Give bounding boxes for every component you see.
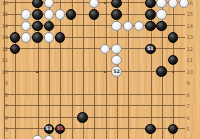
- intersection: [77, 112, 88, 123]
- intersection: [145, 123, 156, 134]
- black-stone: [111, 9, 121, 19]
- intersection: [156, 20, 167, 31]
- intersection: [111, 20, 122, 31]
- black-stone: [44, 21, 54, 31]
- intersection: [9, 32, 20, 43]
- black-stone-move-53: 53: [44, 124, 54, 134]
- intersection: [32, 135, 43, 139]
- intersection: [88, 9, 99, 20]
- intersection: [43, 9, 54, 20]
- intersection: [43, 135, 54, 139]
- intersection: [156, 0, 167, 9]
- white-stone: [21, 32, 31, 42]
- intersection: [179, 0, 190, 9]
- go-board[interactable]: 1616151514141313121211111010998877665544…: [0, 0, 200, 139]
- white-stone: [156, 0, 166, 8]
- intersection: [145, 9, 156, 20]
- intersection: [167, 0, 178, 9]
- black-stone: [32, 32, 42, 42]
- black-stone: [145, 9, 155, 19]
- intersection: [32, 32, 43, 43]
- intersection: [9, 43, 20, 54]
- black-stone: [32, 21, 42, 31]
- intersection: 51: [145, 43, 156, 54]
- white-stone: [100, 44, 110, 54]
- intersection: 53: [43, 123, 54, 134]
- white-stone: [111, 55, 121, 65]
- white-stone: [123, 21, 133, 31]
- intersection: [122, 20, 133, 31]
- white-stone: [111, 21, 121, 31]
- intersection: [145, 20, 156, 31]
- intersection: [54, 32, 65, 43]
- intersection: 55: [54, 123, 65, 134]
- black-stone: [156, 21, 166, 31]
- black-stone: [77, 112, 87, 122]
- intersection: [167, 32, 178, 43]
- intersection: [32, 0, 43, 9]
- white-stone-move-52: 52: [111, 66, 121, 76]
- black-stone: [10, 44, 20, 54]
- white-stone: [44, 135, 54, 139]
- intersection: [167, 54, 178, 65]
- intersection: [54, 9, 65, 20]
- intersection: [43, 32, 54, 43]
- white-stone: [21, 9, 31, 19]
- black-stone: [10, 32, 20, 42]
- intersection: [88, 0, 99, 9]
- white-stone: [44, 0, 54, 8]
- black-stone: [111, 0, 121, 8]
- intersection: [43, 0, 54, 9]
- stone-grid: 51525355: [0, 0, 190, 139]
- intersection: [133, 20, 144, 31]
- intersection: [156, 9, 167, 20]
- black-stone: [168, 32, 178, 42]
- black-stone: [32, 0, 42, 8]
- black-stone-move-51: 51: [145, 44, 155, 54]
- intersection: [20, 9, 31, 20]
- white-stone: [44, 9, 54, 19]
- white-stone: [55, 9, 65, 19]
- black-stone: [168, 55, 178, 65]
- white-stone: [32, 135, 42, 139]
- black-stone: [156, 66, 166, 76]
- intersection: [43, 20, 54, 31]
- black-stone: [89, 9, 99, 19]
- black-stone: [55, 32, 65, 42]
- intersection: [100, 43, 111, 54]
- white-stone: [44, 32, 54, 42]
- white-stone: [21, 21, 31, 31]
- intersection: [111, 43, 122, 54]
- white-stone: [168, 0, 178, 8]
- white-stone: [179, 0, 189, 8]
- black-stone: [168, 124, 178, 134]
- white-stone: [156, 9, 166, 19]
- intersection: [20, 32, 31, 43]
- intersection: [32, 9, 43, 20]
- intersection: [20, 20, 31, 31]
- intersection: 52: [111, 66, 122, 77]
- black-stone: [32, 9, 42, 19]
- black-stone: [145, 124, 155, 134]
- black-stone: [145, 21, 155, 31]
- intersection: [145, 0, 156, 9]
- black-stone-move-55: 55: [55, 124, 65, 134]
- intersection: [156, 66, 167, 77]
- white-stone: [134, 21, 144, 31]
- intersection: [32, 20, 43, 31]
- intersection: [111, 0, 122, 9]
- intersection: [111, 54, 122, 65]
- white-stone: [111, 44, 121, 54]
- intersection: [66, 9, 77, 20]
- intersection: [111, 9, 122, 20]
- white-stone: [89, 0, 99, 8]
- black-stone: [66, 9, 76, 19]
- black-stone: [145, 0, 155, 8]
- intersection: [167, 123, 178, 134]
